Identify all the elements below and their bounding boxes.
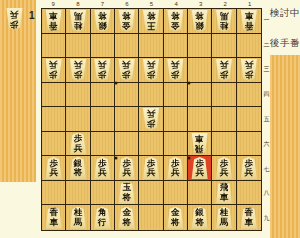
piece-kanji: 銀 <box>195 21 204 31</box>
piece-kanji: 銀 <box>98 21 107 31</box>
piece-kanji: 飛 <box>195 144 204 154</box>
piece-label: 歩兵 <box>74 134 83 153</box>
piece-sente-19[interactable]: 香車 <box>240 207 257 229</box>
piece-kanji: 兵 <box>245 60 254 70</box>
square-69[interactable]: 金将 <box>115 205 139 230</box>
piece-label: 歩兵 <box>220 159 229 178</box>
square-25[interactable] <box>212 107 236 132</box>
square-66[interactable] <box>115 132 139 157</box>
piece-sente-69[interactable]: 金将 <box>118 207 135 229</box>
piece-kanji: 将 <box>122 11 131 21</box>
square-89[interactable]: 桂馬 <box>66 205 90 230</box>
piece-kanji: 馬 <box>220 218 229 228</box>
square-49[interactable]: 金将 <box>164 205 188 230</box>
piece-kanji: 馬 <box>74 11 83 21</box>
square-19[interactable]: 香車 <box>237 205 261 230</box>
piece-label: 銀将 <box>74 159 83 178</box>
square-91[interactable]: 香車 <box>42 9 66 34</box>
piece-label: 玉将 <box>122 183 131 202</box>
square-33[interactable] <box>188 58 212 83</box>
piece-kanji: 王 <box>147 21 156 31</box>
rank-labels: 一二三四五六七八九 <box>263 8 270 231</box>
file-label-4: 4 <box>164 0 189 8</box>
piece-gote-23[interactable]: 歩兵 <box>215 59 232 81</box>
square-86[interactable]: 歩兵 <box>66 132 90 157</box>
square-83[interactable]: 歩兵 <box>66 58 90 83</box>
file-label-2: 2 <box>213 0 238 8</box>
rank-label-9: 九 <box>263 206 270 231</box>
piece-kanji: 歩 <box>220 70 229 80</box>
piece-kanji: 兵 <box>74 60 83 70</box>
piece-label: 香車 <box>49 208 58 227</box>
shogi-board: 香車桂馬銀将金将王将金将銀将桂馬香車歩兵歩兵歩兵歩兵歩兵歩兵歩兵歩兵歩兵歩兵飛車… <box>41 8 262 231</box>
piece-label: 桂馬 <box>220 11 229 30</box>
gote-hand-piece-pawn[interactable]: 歩兵 <box>6 8 23 30</box>
piece-gote-55[interactable]: 歩兵 <box>142 108 159 130</box>
piece-gote-73[interactable]: 歩兵 <box>94 59 111 81</box>
piece-label: 桂馬 <box>74 208 83 227</box>
square-51[interactable]: 王将 <box>139 9 163 34</box>
rank-label-5: 五 <box>263 107 270 132</box>
piece-kanji: 行 <box>98 218 107 228</box>
piece-kanji: 将 <box>195 218 204 228</box>
rank-label-4: 四 <box>263 82 270 107</box>
piece-kanji: 将 <box>74 168 83 178</box>
piece-gote-53[interactable]: 歩兵 <box>142 59 159 81</box>
piece-sente-37[interactable]: 歩兵 <box>191 157 208 179</box>
piece-kanji: 馬 <box>74 218 83 228</box>
piece-kanji: 歩 <box>98 70 107 80</box>
piece-sente-97[interactable]: 歩兵 <box>45 157 62 179</box>
piece-kanji: 歩 <box>147 70 156 80</box>
piece-sente-17[interactable]: 歩兵 <box>240 157 257 179</box>
square-56[interactable] <box>139 132 163 157</box>
square-22[interactable] <box>212 34 236 59</box>
piece-sente-67[interactable]: 歩兵 <box>118 157 135 179</box>
piece-gote-81[interactable]: 桂馬 <box>69 10 86 32</box>
piece-kanji: 兵 <box>98 60 107 70</box>
square-32[interactable] <box>188 34 212 59</box>
piece-label: 銀将 <box>98 11 107 30</box>
square-46[interactable] <box>164 132 188 157</box>
square-34[interactable] <box>188 83 212 108</box>
square-48[interactable] <box>164 181 188 206</box>
piece-label: 金将 <box>171 11 180 30</box>
piece-kanji: 兵 <box>220 60 229 70</box>
piece-kanji: 兵 <box>122 60 131 70</box>
piece-label: 銀将 <box>195 208 204 227</box>
piece-sente-87[interactable]: 銀将 <box>69 157 86 179</box>
piece-sente-68[interactable]: 玉将 <box>118 182 135 204</box>
piece-sente-28[interactable]: 飛車 <box>215 182 232 204</box>
square-13[interactable]: 歩兵 <box>237 58 261 83</box>
piece-sente-27[interactable]: 歩兵 <box>215 157 232 179</box>
square-54[interactable] <box>139 83 163 108</box>
piece-kanji: 兵 <box>171 60 180 70</box>
square-72[interactable] <box>91 34 115 59</box>
square-55[interactable]: 歩兵 <box>139 107 163 132</box>
square-47[interactable]: 歩兵 <box>164 156 188 181</box>
piece-kanji: 車 <box>220 193 229 203</box>
piece-label: 歩兵 <box>220 60 229 79</box>
piece-sente-39[interactable]: 銀将 <box>191 207 208 229</box>
square-76[interactable] <box>91 132 115 157</box>
square-35[interactable] <box>188 107 212 132</box>
square-11[interactable]: 香車 <box>237 9 261 34</box>
piece-kanji: 桂 <box>74 21 83 31</box>
piece-label: 歩兵 <box>74 60 83 79</box>
square-81[interactable]: 桂馬 <box>66 9 90 34</box>
piece-label: 歩兵 <box>49 60 58 79</box>
piece-gote-71[interactable]: 銀将 <box>94 10 111 32</box>
piece-label: 歩兵 <box>171 159 180 178</box>
file-label-7: 7 <box>90 0 115 8</box>
piece-kanji: 歩 <box>10 19 19 29</box>
piece-kanji: 将 <box>171 11 180 21</box>
piece-kanji: 兵 <box>195 168 204 178</box>
piece-label: 歩兵 <box>147 159 156 178</box>
piece-gote-63[interactable]: 歩兵 <box>118 59 135 81</box>
square-99[interactable]: 香車 <box>42 205 66 230</box>
piece-gote-91[interactable]: 香車 <box>45 10 62 32</box>
square-62[interactable] <box>115 34 139 59</box>
square-93[interactable]: 歩兵 <box>42 58 66 83</box>
piece-kanji: 将 <box>122 193 131 203</box>
piece-sente-57[interactable]: 歩兵 <box>142 157 159 179</box>
piece-label: 香車 <box>49 11 58 30</box>
square-96[interactable] <box>42 132 66 157</box>
square-73[interactable]: 歩兵 <box>91 58 115 83</box>
piece-kanji: 車 <box>245 11 254 21</box>
piece-label: 歩兵 <box>147 109 156 128</box>
square-14[interactable] <box>237 83 261 108</box>
piece-label: 金将 <box>122 11 131 30</box>
piece-label: 歩兵 <box>98 60 107 79</box>
piece-sente-86[interactable]: 歩兵 <box>69 133 86 155</box>
square-27[interactable]: 歩兵 <box>212 156 236 181</box>
piece-kanji: 金 <box>171 21 180 31</box>
turn-indicator: 後手番 <box>270 37 300 50</box>
piece-kanji: 兵 <box>74 144 83 154</box>
piece-kanji: 歩 <box>171 70 180 80</box>
square-77[interactable]: 歩兵 <box>91 156 115 181</box>
square-61[interactable]: 金将 <box>115 9 139 34</box>
file-label-5: 5 <box>139 0 164 8</box>
piece-kanji: 香 <box>245 21 254 31</box>
piece-kanji: 車 <box>49 218 58 228</box>
hoshi-dot <box>188 156 191 159</box>
piece-gote-93[interactable]: 歩兵 <box>45 59 62 81</box>
piece-kanji: 兵 <box>10 10 19 20</box>
piece-label: 歩兵 <box>245 159 254 178</box>
square-53[interactable]: 歩兵 <box>139 58 163 83</box>
status-label: 検討中 <box>270 7 300 20</box>
rank-label-8: 八 <box>263 181 270 206</box>
piece-sente-77[interactable]: 歩兵 <box>94 157 111 179</box>
piece-label: 香車 <box>245 208 254 227</box>
square-98[interactable] <box>42 181 66 206</box>
piece-kanji: 将 <box>147 11 156 21</box>
piece-kanji: 兵 <box>147 109 156 119</box>
piece-label: 歩兵 <box>49 159 58 178</box>
piece-kanji: 金 <box>122 21 131 31</box>
square-24[interactable] <box>212 83 236 108</box>
square-67[interactable]: 歩兵 <box>115 156 139 181</box>
board-grid: 香車桂馬銀将金将王将金将銀将桂馬香車歩兵歩兵歩兵歩兵歩兵歩兵歩兵歩兵歩兵歩兵飛車… <box>42 9 261 230</box>
piece-kanji: 将 <box>171 218 180 228</box>
piece-kanji: 歩 <box>122 70 131 80</box>
piece-kanji: 車 <box>245 218 254 228</box>
piece-kanji: 兵 <box>245 168 254 178</box>
piece-kanji: 歩 <box>49 70 58 80</box>
square-97[interactable]: 歩兵 <box>42 156 66 181</box>
rank-label-7: 七 <box>263 157 270 182</box>
square-43[interactable]: 歩兵 <box>164 58 188 83</box>
square-38[interactable] <box>188 181 212 206</box>
square-79[interactable]: 角行 <box>91 205 115 230</box>
file-label-3: 3 <box>188 0 213 8</box>
piece-gote-36[interactable]: 飛車 <box>191 133 208 155</box>
piece-gote-83[interactable]: 歩兵 <box>69 59 86 81</box>
hoshi-dot <box>114 82 117 85</box>
file-labels: 987654321 <box>41 0 262 8</box>
piece-label: 歩兵 <box>122 60 131 79</box>
piece-kanji: 歩 <box>147 119 156 129</box>
piece-kanji: 兵 <box>49 168 58 178</box>
piece-kanji: 兵 <box>171 168 180 178</box>
square-44[interactable] <box>164 83 188 108</box>
square-63[interactable]: 歩兵 <box>115 58 139 83</box>
sente-captured-tray <box>270 55 300 238</box>
piece-kanji: 車 <box>195 134 204 144</box>
piece-gote-21[interactable]: 桂馬 <box>215 10 232 32</box>
piece-gote-51[interactable]: 王将 <box>142 10 159 32</box>
square-71[interactable]: 銀将 <box>91 9 115 34</box>
piece-sente-79[interactable]: 角行 <box>94 207 111 229</box>
rank-label-2: 二 <box>263 33 270 58</box>
square-64[interactable] <box>115 83 139 108</box>
piece-label: 歩兵 <box>122 159 131 178</box>
piece-gote-11[interactable]: 香車 <box>240 10 257 32</box>
square-95[interactable] <box>42 107 66 132</box>
square-68[interactable]: 玉将 <box>115 181 139 206</box>
piece-kanji: 将 <box>98 11 107 21</box>
square-18[interactable] <box>237 181 261 206</box>
piece-kanji: 将 <box>195 11 204 21</box>
square-84[interactable] <box>66 83 90 108</box>
piece-gote-41[interactable]: 金将 <box>167 10 184 32</box>
piece-kanji: 兵 <box>147 60 156 70</box>
square-23[interactable]: 歩兵 <box>212 58 236 83</box>
square-28[interactable]: 飛車 <box>212 181 236 206</box>
file-label-9: 9 <box>41 0 66 8</box>
gote-hand-piece-label: 歩兵 <box>10 10 19 29</box>
square-88[interactable] <box>66 181 90 206</box>
square-45[interactable] <box>164 107 188 132</box>
square-41[interactable]: 金将 <box>164 9 188 34</box>
piece-kanji: 車 <box>49 11 58 21</box>
piece-label: 銀将 <box>195 11 204 30</box>
piece-sente-29[interactable]: 桂馬 <box>215 207 232 229</box>
piece-label: 桂馬 <box>74 11 83 30</box>
square-82[interactable] <box>66 34 90 59</box>
square-12[interactable] <box>237 34 261 59</box>
piece-label: 金将 <box>171 208 180 227</box>
square-37[interactable]: 歩兵 <box>188 156 212 181</box>
piece-label: 角行 <box>98 208 107 227</box>
piece-label: 金将 <box>122 208 131 227</box>
file-label-8: 8 <box>66 0 91 8</box>
square-74[interactable] <box>91 83 115 108</box>
gote-hand-pawn-count: 1 <box>29 10 35 21</box>
shogi-analysis-screen: 歩兵 1 987654321 一二三四五六七八九 香車桂馬銀将金将王将金将銀将桂… <box>0 0 300 238</box>
hoshi-dot <box>114 156 117 159</box>
square-65[interactable] <box>115 107 139 132</box>
piece-kanji: 兵 <box>122 168 131 178</box>
piece-label: 歩兵 <box>245 60 254 79</box>
piece-kanji: 歩 <box>245 70 254 80</box>
square-78[interactable] <box>91 181 115 206</box>
hoshi-dot <box>188 82 191 85</box>
gote-captured-tray: 歩兵 1 <box>0 0 36 182</box>
square-39[interactable]: 銀将 <box>188 205 212 230</box>
square-36[interactable]: 飛車 <box>188 132 212 157</box>
piece-kanji: 香 <box>49 21 58 31</box>
piece-gote-43[interactable]: 歩兵 <box>167 59 184 81</box>
square-75[interactable] <box>91 107 115 132</box>
square-94[interactable] <box>42 83 66 108</box>
piece-sente-47[interactable]: 歩兵 <box>167 157 184 179</box>
piece-label: 歩兵 <box>195 159 204 178</box>
piece-sente-99[interactable]: 香車 <box>45 207 62 229</box>
square-15[interactable] <box>237 107 261 132</box>
piece-label: 香車 <box>245 11 254 30</box>
rank-label-1: 一 <box>263 8 270 33</box>
piece-kanji: 歩 <box>74 70 83 80</box>
square-26[interactable] <box>212 132 236 157</box>
square-85[interactable] <box>66 107 90 132</box>
piece-kanji: 兵 <box>98 168 107 178</box>
piece-label: 飛車 <box>195 134 204 153</box>
piece-kanji: 兵 <box>220 168 229 178</box>
square-58[interactable] <box>139 181 163 206</box>
square-21[interactable]: 桂馬 <box>212 9 236 34</box>
square-42[interactable] <box>164 34 188 59</box>
square-31[interactable]: 銀将 <box>188 9 212 34</box>
piece-label: 歩兵 <box>98 159 107 178</box>
piece-label: 飛車 <box>220 183 229 202</box>
piece-kanji: 兵 <box>49 60 58 70</box>
piece-kanji: 桂 <box>220 21 229 31</box>
piece-label: 歩兵 <box>147 60 156 79</box>
square-57[interactable]: 歩兵 <box>139 156 163 181</box>
square-92[interactable] <box>42 34 66 59</box>
piece-label: 桂馬 <box>220 208 229 227</box>
piece-sente-49[interactable]: 金将 <box>167 207 184 229</box>
piece-kanji: 将 <box>122 218 131 228</box>
piece-kanji: 馬 <box>220 11 229 21</box>
square-52[interactable] <box>139 34 163 59</box>
file-label-6: 6 <box>115 0 140 8</box>
piece-gote-13[interactable]: 歩兵 <box>240 59 257 81</box>
piece-label: 歩兵 <box>171 60 180 79</box>
file-label-1: 1 <box>238 0 263 8</box>
piece-label: 王将 <box>147 11 156 30</box>
square-59[interactable] <box>139 205 163 230</box>
piece-gote-61[interactable]: 金将 <box>118 10 135 32</box>
piece-gote-31[interactable]: 銀将 <box>191 10 208 32</box>
square-29[interactable]: 桂馬 <box>212 205 236 230</box>
square-87[interactable]: 銀将 <box>66 156 90 181</box>
piece-kanji: 兵 <box>147 168 156 178</box>
rank-label-6: 六 <box>263 132 270 157</box>
piece-sente-89[interactable]: 桂馬 <box>69 207 86 229</box>
square-17[interactable]: 歩兵 <box>237 156 261 181</box>
rank-label-3: 三 <box>263 58 270 83</box>
square-16[interactable] <box>237 132 261 157</box>
